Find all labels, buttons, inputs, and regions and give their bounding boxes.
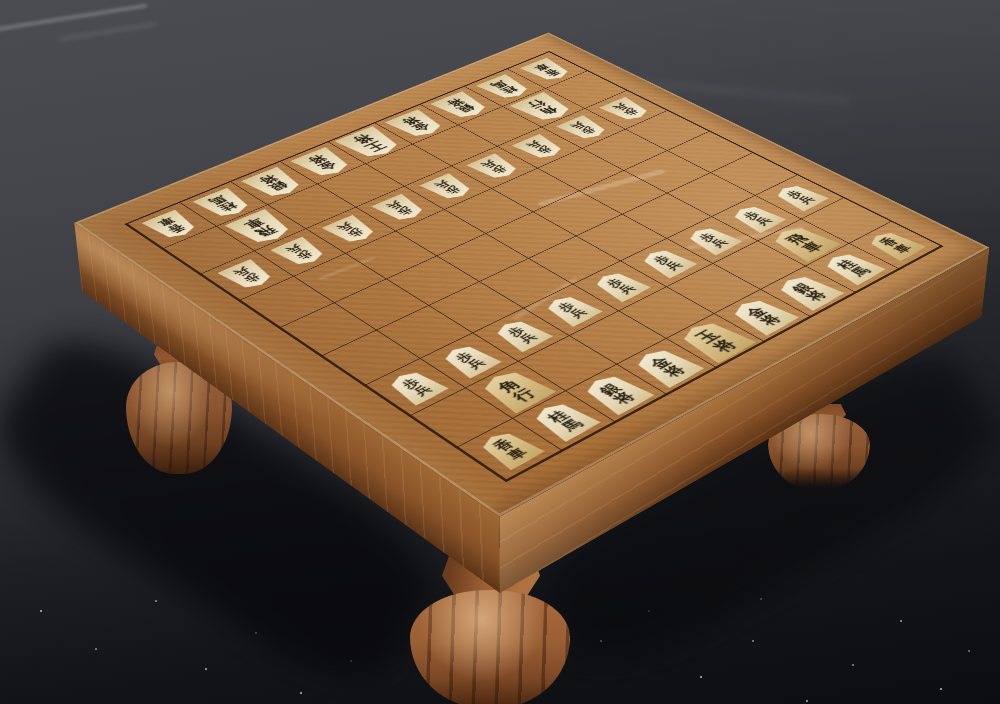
square-6f — [479, 259, 572, 309]
black-king: 玉将 — [672, 317, 757, 364]
square-7i: 銀将 — [565, 365, 665, 422]
black-lance: 香車 — [863, 228, 928, 261]
square-7h — [518, 336, 616, 391]
black-silver: 銀将 — [770, 271, 845, 311]
shogi-table-photo: 香車桂馬銀将金将王将金将銀将桂馬香車飛車角行歩兵歩兵歩兵歩兵歩兵歩兵歩兵歩兵歩兵… — [0, 0, 1000, 704]
white-pawn: 歩兵 — [269, 236, 330, 269]
square-4g: 歩兵 — [620, 239, 712, 287]
square-9d — [240, 277, 334, 328]
board-scuff-mark — [511, 277, 579, 320]
square-3i: 銀将 — [761, 266, 855, 316]
square-2i: 桂馬 — [806, 244, 899, 293]
square-9g: 歩兵 — [366, 359, 466, 416]
square-8d — [294, 254, 387, 303]
square-6e — [437, 234, 529, 282]
square-5f — [528, 236, 620, 284]
black-pawn: 歩兵 — [769, 182, 829, 212]
black-pawn: 歩兵 — [382, 368, 450, 407]
square-4i: 金将 — [714, 290, 810, 342]
square-8c: 歩兵 — [254, 229, 345, 277]
square-8e — [334, 279, 428, 330]
black-pawn: 歩兵 — [588, 269, 652, 303]
square-5g: 歩兵 — [573, 261, 667, 311]
square-7g: 歩兵 — [473, 308, 570, 361]
square-7f — [429, 282, 524, 333]
white-pawn: 歩兵 — [216, 259, 278, 293]
black-pawn: 歩兵 — [539, 292, 604, 327]
square-4h — [666, 264, 760, 314]
board-scuff-mark — [318, 256, 376, 280]
black-gold: 金将 — [724, 295, 800, 336]
black-pawn: 歩兵 — [635, 246, 698, 279]
square-3h — [713, 241, 806, 290]
square-5i: 玉将 — [666, 314, 763, 368]
square-6i: 金将 — [617, 339, 716, 394]
black-lance: 香車 — [473, 428, 546, 471]
square-9h — [411, 388, 513, 447]
square-6g: 歩兵 — [524, 284, 619, 336]
black-silver: 銀将 — [576, 370, 655, 415]
square-9f — [322, 330, 420, 385]
square-9e — [280, 303, 376, 356]
square-8i: 桂馬 — [512, 391, 614, 450]
white-lance: 香車 — [141, 209, 203, 241]
square-7e — [386, 256, 479, 306]
black-knight: 桂馬 — [817, 250, 886, 286]
square-7d — [345, 231, 436, 279]
black-knight: 桂馬 — [526, 399, 602, 443]
white-pawn: 歩兵 — [320, 215, 381, 247]
square-8f — [376, 306, 472, 359]
black-gold: 金将 — [627, 344, 705, 388]
square-6h — [569, 311, 666, 364]
floor-dust-specks — [0, 0, 2, 2]
square-9i: 香車 — [458, 419, 562, 480]
square-9c: 歩兵 — [201, 251, 293, 300]
black-pawn: 歩兵 — [488, 317, 554, 353]
square-8h: 角行 — [465, 362, 565, 419]
black-bishop: 角行 — [473, 366, 557, 414]
leg-bulb — [410, 590, 570, 704]
square-5h — [619, 287, 714, 339]
black-pawn: 歩兵 — [436, 342, 503, 379]
square-8g: 歩兵 — [420, 333, 518, 388]
